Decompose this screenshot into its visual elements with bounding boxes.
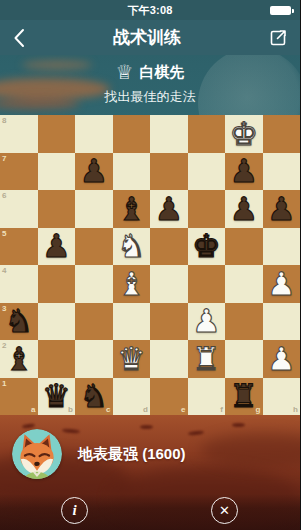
square-f6[interactable] — [188, 190, 226, 228]
instruction-label: 找出最佳的走法 — [0, 88, 300, 106]
chevron-left-icon — [12, 28, 26, 48]
side-to-move-label: 白棋先 — [139, 63, 184, 82]
piece-black-pawn-e6[interactable]: ♟ — [150, 190, 188, 228]
rank-label-4: 4 — [2, 267, 6, 275]
battery-icon — [270, 6, 291, 15]
square-a4[interactable]: 4 — [0, 265, 38, 303]
file-label-a: a — [31, 406, 35, 414]
puzzle-prompt: ♕ 白棋先 找出最佳的走法 — [0, 55, 300, 106]
square-e8[interactable] — [150, 115, 188, 153]
square-f4[interactable] — [188, 265, 226, 303]
fox-avatar[interactable] — [12, 429, 62, 479]
piece-black-queen-b1[interactable]: ♛ — [38, 378, 76, 416]
file-label-f: f — [220, 406, 223, 414]
square-e2[interactable] — [150, 340, 188, 378]
piece-white-bishop-d4[interactable]: ♝ — [113, 265, 151, 303]
piece-black-pawn-b5[interactable]: ♟ — [38, 228, 76, 266]
chess-board: 8♚7♟♟6♝♟♟♟5♟♞♚4♝♟3♞♟2♝♛♜♟1ab♛c♞defg♜h — [0, 115, 300, 415]
piece-black-knight-a3[interactable]: ♞ — [0, 303, 38, 341]
square-h5[interactable] — [263, 228, 301, 266]
square-e4[interactable] — [150, 265, 188, 303]
square-h3[interactable] — [263, 303, 301, 341]
square-c1[interactable]: c♞ — [75, 378, 113, 416]
rank-label-7: 7 — [2, 155, 6, 163]
white-queen-icon: ♕ — [116, 62, 134, 82]
square-e5[interactable] — [150, 228, 188, 266]
square-c2[interactable] — [75, 340, 113, 378]
piece-black-pawn-g7[interactable]: ♟ — [225, 153, 263, 191]
square-d5[interactable]: ♞ — [113, 228, 151, 266]
square-h8[interactable] — [263, 115, 301, 153]
piece-white-pawn-h2[interactable]: ♟ — [263, 340, 301, 378]
square-h2[interactable]: ♟ — [263, 340, 301, 378]
square-d4[interactable]: ♝ — [113, 265, 151, 303]
square-g3[interactable] — [225, 303, 263, 341]
square-h6[interactable]: ♟ — [263, 190, 301, 228]
share-button[interactable] — [268, 28, 288, 48]
square-e7[interactable] — [150, 153, 188, 191]
square-b5[interactable]: ♟ — [38, 228, 76, 266]
square-b6[interactable] — [38, 190, 76, 228]
info-button[interactable]: i — [61, 497, 88, 524]
square-a6[interactable]: 6 — [0, 190, 38, 228]
page-title: 战术训练 — [113, 26, 181, 49]
square-c5[interactable] — [75, 228, 113, 266]
rank-label-6: 6 — [2, 192, 6, 200]
square-a1[interactable]: 1a — [0, 378, 38, 416]
square-d6[interactable]: ♝ — [113, 190, 151, 228]
square-b4[interactable] — [38, 265, 76, 303]
square-f8[interactable] — [188, 115, 226, 153]
status-bar: 下午3:08 — [0, 0, 300, 20]
piece-white-pawn-h4[interactable]: ♟ — [263, 265, 301, 303]
square-b1[interactable]: b♛ — [38, 378, 76, 416]
piece-black-pawn-h6[interactable]: ♟ — [263, 190, 301, 228]
bottom-shade — [0, 494, 300, 530]
piece-black-pawn-c7[interactable]: ♟ — [75, 153, 113, 191]
square-d8[interactable] — [113, 115, 151, 153]
square-a5[interactable]: 5 — [0, 228, 38, 266]
file-label-e: e — [181, 406, 185, 414]
square-e1[interactable]: e — [150, 378, 188, 416]
close-button[interactable]: ✕ — [211, 497, 238, 524]
square-g5[interactable] — [225, 228, 263, 266]
piece-black-king-f5[interactable]: ♚ — [188, 228, 226, 266]
square-b8[interactable] — [38, 115, 76, 153]
share-icon — [268, 28, 288, 48]
player-name: 地表最强 (1600) — [78, 445, 186, 464]
square-f7[interactable] — [188, 153, 226, 191]
square-b7[interactable] — [38, 153, 76, 191]
square-b3[interactable] — [38, 303, 76, 341]
square-d7[interactable] — [113, 153, 151, 191]
square-g7[interactable]: ♟ — [225, 153, 263, 191]
square-d2[interactable]: ♛ — [113, 340, 151, 378]
file-label-h: h — [293, 406, 298, 414]
square-d3[interactable] — [113, 303, 151, 341]
square-a7[interactable]: 7 — [0, 153, 38, 191]
square-c8[interactable] — [75, 115, 113, 153]
piece-black-bishop-d6[interactable]: ♝ — [113, 190, 151, 228]
square-g4[interactable] — [225, 265, 263, 303]
status-time: 下午3:08 — [127, 3, 172, 18]
square-a3[interactable]: 3♞ — [0, 303, 38, 341]
square-h4[interactable]: ♟ — [263, 265, 301, 303]
square-g1[interactable]: g♜ — [225, 378, 263, 416]
piece-black-bishop-a2[interactable]: ♝ — [0, 340, 38, 378]
file-label-d: d — [143, 406, 148, 414]
square-h7[interactable] — [263, 153, 301, 191]
piece-black-knight-c1[interactable]: ♞ — [75, 378, 113, 416]
square-f2[interactable]: ♜ — [188, 340, 226, 378]
app-screen: 下午3:08 战术训练 ♕ 白棋先 找出最佳的走法 8♚7♟♟6♝♟♟♟5♟♞♚… — [0, 0, 300, 530]
square-c6[interactable] — [75, 190, 113, 228]
square-f1[interactable]: f — [188, 378, 226, 416]
piece-white-pawn-f3[interactable]: ♟ — [188, 303, 226, 341]
square-a8[interactable]: 8 — [0, 115, 38, 153]
piece-white-rook-f2[interactable]: ♜ — [188, 340, 226, 378]
square-g8[interactable]: ♚ — [225, 115, 263, 153]
square-c7[interactable]: ♟ — [75, 153, 113, 191]
square-a2[interactable]: 2♝ — [0, 340, 38, 378]
piece-white-queen-d2[interactable]: ♛ — [113, 340, 151, 378]
square-c3[interactable] — [75, 303, 113, 341]
piece-black-rook-g1[interactable]: ♜ — [225, 378, 263, 416]
square-f5[interactable]: ♚ — [188, 228, 226, 266]
square-g2[interactable] — [225, 340, 263, 378]
piece-white-king-g8[interactable]: ♚ — [225, 115, 263, 153]
rank-label-1: 1 — [2, 380, 6, 388]
square-g6[interactable]: ♟ — [225, 190, 263, 228]
player-row: 地表最强 (1600) — [0, 426, 300, 482]
piece-white-knight-d5[interactable]: ♞ — [113, 228, 151, 266]
nav-header: 战术训练 — [0, 20, 300, 55]
rank-label-5: 5 — [2, 230, 6, 238]
square-e6[interactable]: ♟ — [150, 190, 188, 228]
square-b2[interactable] — [38, 340, 76, 378]
piece-black-pawn-g6[interactable]: ♟ — [225, 190, 263, 228]
square-c4[interactable] — [75, 265, 113, 303]
back-button[interactable] — [12, 28, 26, 48]
square-e3[interactable] — [150, 303, 188, 341]
rank-label-8: 8 — [2, 117, 6, 125]
square-f3[interactable]: ♟ — [188, 303, 226, 341]
square-d1[interactable]: d — [113, 378, 151, 416]
square-h1[interactable]: h — [263, 378, 301, 416]
